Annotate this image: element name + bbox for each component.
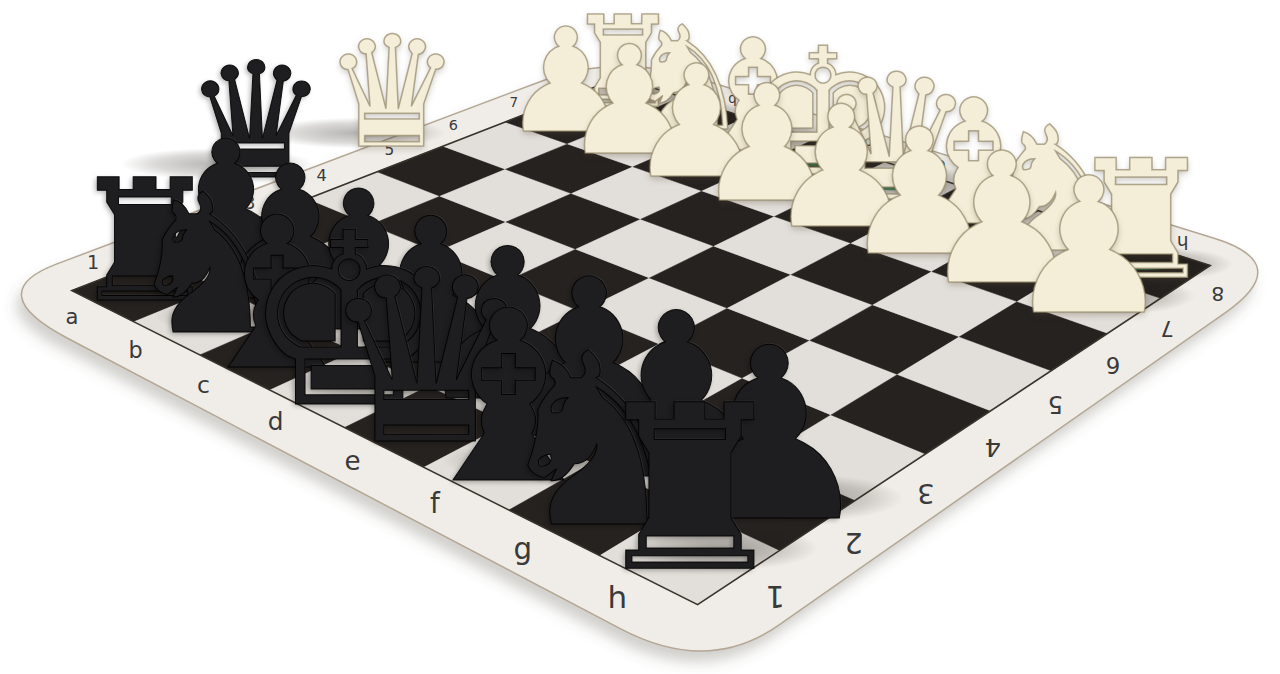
- white-pawn-h7[interactable]: ♟: [1005, 153, 1174, 341]
- rank-label-5-right: 5: [1048, 390, 1063, 418]
- chess-set-photo: aabbccddeeffgghh1122334455667788 ♜♞♟♛♝♟♚…: [0, 0, 1280, 674]
- black-rook-h1[interactable]: ♜: [588, 375, 792, 603]
- rank-label-3-right: 3: [917, 478, 934, 509]
- rank-label-4-right: 4: [985, 433, 1001, 463]
